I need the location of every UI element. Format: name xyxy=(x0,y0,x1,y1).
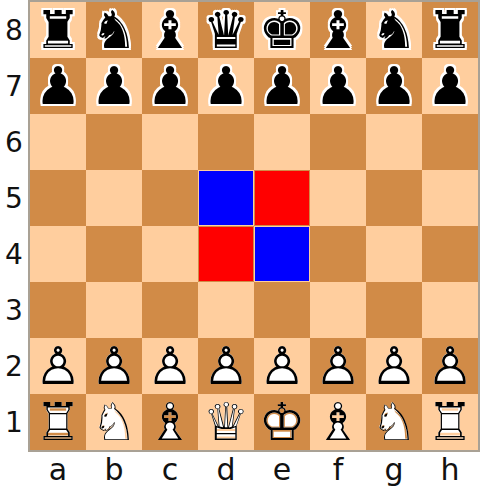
square-e3[interactable] xyxy=(254,282,310,338)
rank-label-1: 1 xyxy=(0,394,28,450)
file-label-f: f xyxy=(310,452,366,486)
file-label-a: a xyxy=(30,452,86,486)
black-bishop-piece[interactable]: ♝ xyxy=(310,2,366,58)
white-pawn-piece[interactable]: ♟♙ xyxy=(254,338,310,394)
black-pawn-glyph-icon: ♟ xyxy=(259,60,306,112)
square-f5[interactable] xyxy=(310,170,366,226)
square-d1[interactable]: ♛♕ xyxy=(198,394,254,450)
square-g7[interactable]: ♟ xyxy=(366,58,422,114)
square-h4[interactable] xyxy=(422,226,478,282)
square-h2[interactable]: ♟♙ xyxy=(422,338,478,394)
square-e5[interactable] xyxy=(254,170,310,226)
black-pawn-glyph-icon: ♟ xyxy=(203,60,250,112)
black-king-glyph-icon: ♚ xyxy=(259,4,306,56)
square-c2[interactable]: ♟♙ xyxy=(142,338,198,394)
white-pawn-piece[interactable]: ♟♙ xyxy=(366,338,422,394)
square-g6[interactable] xyxy=(366,114,422,170)
white-knight-piece[interactable]: ♞♘ xyxy=(366,394,422,450)
black-pawn-glyph-icon: ♟ xyxy=(91,60,138,112)
black-pawn-piece[interactable]: ♟ xyxy=(366,58,422,114)
square-e6[interactable] xyxy=(254,114,310,170)
white-knight-outline-glyph-icon: ♘ xyxy=(91,396,138,448)
board-frame: ♜♞♝♛♚♝♞♜♟♟♟♟♟♟♟♟♟♙♟♙♟♙♟♙♟♙♟♙♟♙♟♙♜♖♞♘♝♗♛♕… xyxy=(28,0,480,452)
black-pawn-piece[interactable]: ♟ xyxy=(254,58,310,114)
black-rook-piece[interactable]: ♜ xyxy=(30,2,86,58)
square-h6[interactable] xyxy=(422,114,478,170)
black-pawn-piece[interactable]: ♟ xyxy=(310,58,366,114)
rank-label-8: 8 xyxy=(0,2,28,58)
file-label-c: c xyxy=(142,452,198,486)
white-pawn-piece[interactable]: ♟♙ xyxy=(30,338,86,394)
white-bishop-piece[interactable]: ♝♗ xyxy=(310,394,366,450)
square-d5[interactable] xyxy=(198,170,254,226)
black-queen-glyph-icon: ♛ xyxy=(203,4,250,56)
black-queen-piece[interactable]: ♛ xyxy=(198,2,254,58)
rank-label-2: 2 xyxy=(0,338,28,394)
square-h1[interactable]: ♜♖ xyxy=(422,394,478,450)
black-knight-glyph-icon: ♞ xyxy=(91,4,138,56)
rank-label-3: 3 xyxy=(0,282,28,338)
white-rook-piece[interactable]: ♜♖ xyxy=(422,394,478,450)
white-pawn-piece[interactable]: ♟♙ xyxy=(310,338,366,394)
square-h5[interactable] xyxy=(422,170,478,226)
black-pawn-piece[interactable]: ♟ xyxy=(30,58,86,114)
square-f6[interactable] xyxy=(310,114,366,170)
white-pawn-piece[interactable]: ♟♙ xyxy=(422,338,478,394)
square-c7[interactable]: ♟ xyxy=(142,58,198,114)
square-a4[interactable] xyxy=(30,226,86,282)
black-rook-piece[interactable]: ♜ xyxy=(422,2,478,58)
square-b2[interactable]: ♟♙ xyxy=(86,338,142,394)
black-knight-piece[interactable]: ♞ xyxy=(366,2,422,58)
black-pawn-piece[interactable]: ♟ xyxy=(142,58,198,114)
square-d7[interactable]: ♟ xyxy=(198,58,254,114)
square-g3[interactable] xyxy=(366,282,422,338)
square-d8[interactable]: ♛ xyxy=(198,2,254,58)
white-pawn-piece[interactable]: ♟♙ xyxy=(198,338,254,394)
square-g5[interactable] xyxy=(366,170,422,226)
square-g8[interactable]: ♞ xyxy=(366,2,422,58)
square-a2[interactable]: ♟♙ xyxy=(30,338,86,394)
file-label-e: e xyxy=(254,452,310,486)
square-d6[interactable] xyxy=(198,114,254,170)
chess-board-window: 87654321 ♜♞♝♛♚♝♞♜♟♟♟♟♟♟♟♟♟♙♟♙♟♙♟♙♟♙♟♙♟♙♟… xyxy=(0,0,480,486)
file-label-h: h xyxy=(422,452,478,486)
black-knight-piece[interactable]: ♞ xyxy=(86,2,142,58)
black-bishop-glyph-icon: ♝ xyxy=(147,4,194,56)
white-pawn-outline-glyph-icon: ♙ xyxy=(259,340,306,392)
white-bishop-piece[interactable]: ♝♗ xyxy=(142,394,198,450)
rank-label-7: 7 xyxy=(0,58,28,114)
square-a7[interactable]: ♟ xyxy=(30,58,86,114)
square-h7[interactable]: ♟ xyxy=(422,58,478,114)
rank-label-6: 6 xyxy=(0,114,28,170)
white-queen-piece[interactable]: ♛♕ xyxy=(198,394,254,450)
square-a5[interactable] xyxy=(30,170,86,226)
black-pawn-glyph-icon: ♟ xyxy=(371,60,418,112)
square-f3[interactable] xyxy=(310,282,366,338)
square-f1[interactable]: ♝♗ xyxy=(310,394,366,450)
white-knight-outline-glyph-icon: ♘ xyxy=(371,396,418,448)
white-pawn-outline-glyph-icon: ♙ xyxy=(315,340,362,392)
black-pawn-piece[interactable]: ♟ xyxy=(422,58,478,114)
square-b1[interactable]: ♞♘ xyxy=(86,394,142,450)
highlight-blue-d5 xyxy=(199,171,253,225)
square-b4[interactable] xyxy=(86,226,142,282)
square-h3[interactable] xyxy=(422,282,478,338)
file-label-b: b xyxy=(86,452,142,486)
square-c5[interactable] xyxy=(142,170,198,226)
white-bishop-outline-glyph-icon: ♗ xyxy=(315,396,362,448)
square-c1[interactable]: ♝♗ xyxy=(142,394,198,450)
square-a8[interactable]: ♜ xyxy=(30,2,86,58)
square-e8[interactable]: ♚ xyxy=(254,2,310,58)
black-pawn-glyph-icon: ♟ xyxy=(427,60,474,112)
white-pawn-outline-glyph-icon: ♙ xyxy=(35,340,82,392)
white-rook-piece[interactable]: ♜♖ xyxy=(30,394,86,450)
black-rook-glyph-icon: ♜ xyxy=(35,4,82,56)
file-label-g: g xyxy=(366,452,422,486)
black-bishop-glyph-icon: ♝ xyxy=(315,4,362,56)
square-e1[interactable]: ♚♔ xyxy=(254,394,310,450)
black-king-piece[interactable]: ♚ xyxy=(254,2,310,58)
square-d2[interactable]: ♟♙ xyxy=(198,338,254,394)
square-c6[interactable] xyxy=(142,114,198,170)
square-a3[interactable] xyxy=(30,282,86,338)
square-b6[interactable] xyxy=(86,114,142,170)
highlight-red-e5 xyxy=(255,171,309,225)
square-b8[interactable]: ♞ xyxy=(86,2,142,58)
white-pawn-outline-glyph-icon: ♙ xyxy=(371,340,418,392)
white-pawn-outline-glyph-icon: ♙ xyxy=(91,340,138,392)
black-pawn-piece[interactable]: ♟ xyxy=(198,58,254,114)
square-b5[interactable] xyxy=(86,170,142,226)
square-e4[interactable] xyxy=(254,226,310,282)
black-pawn-glyph-icon: ♟ xyxy=(147,60,194,112)
white-bishop-outline-glyph-icon: ♗ xyxy=(147,396,194,448)
square-g2[interactable]: ♟♙ xyxy=(366,338,422,394)
white-pawn-outline-glyph-icon: ♙ xyxy=(203,340,250,392)
square-g1[interactable]: ♞♘ xyxy=(366,394,422,450)
square-a6[interactable] xyxy=(30,114,86,170)
square-d4[interactable] xyxy=(198,226,254,282)
white-queen-outline-glyph-icon: ♕ xyxy=(203,396,250,448)
white-pawn-outline-glyph-icon: ♙ xyxy=(147,340,194,392)
white-king-piece[interactable]: ♚♔ xyxy=(254,394,310,450)
square-b7[interactable]: ♟ xyxy=(86,58,142,114)
black-pawn-piece[interactable]: ♟ xyxy=(86,58,142,114)
white-pawn-piece[interactable]: ♟♙ xyxy=(142,338,198,394)
white-pawn-outline-glyph-icon: ♙ xyxy=(427,340,474,392)
black-pawn-glyph-icon: ♟ xyxy=(35,60,82,112)
rank-label-4: 4 xyxy=(0,226,28,282)
black-pawn-glyph-icon: ♟ xyxy=(315,60,362,112)
square-g4[interactable] xyxy=(366,226,422,282)
square-h8[interactable]: ♜ xyxy=(422,2,478,58)
rank-label-5: 5 xyxy=(0,170,28,226)
white-pawn-piece[interactable]: ♟♙ xyxy=(86,338,142,394)
square-e2[interactable]: ♟♙ xyxy=(254,338,310,394)
square-e7[interactable]: ♟ xyxy=(254,58,310,114)
square-f4[interactable] xyxy=(310,226,366,282)
square-f8[interactable]: ♝ xyxy=(310,2,366,58)
highlight-red-d4 xyxy=(199,227,253,281)
black-rook-glyph-icon: ♜ xyxy=(427,4,474,56)
white-knight-piece[interactable]: ♞♘ xyxy=(86,394,142,450)
square-c3[interactable] xyxy=(142,282,198,338)
white-king-outline-glyph-icon: ♔ xyxy=(259,396,306,448)
highlight-blue-e4 xyxy=(255,227,309,281)
white-rook-outline-glyph-icon: ♖ xyxy=(427,396,474,448)
square-a1[interactable]: ♜♖ xyxy=(30,394,86,450)
white-rook-outline-glyph-icon: ♖ xyxy=(35,396,82,448)
square-c4[interactable] xyxy=(142,226,198,282)
chess-board: ♜♞♝♛♚♝♞♜♟♟♟♟♟♟♟♟♟♙♟♙♟♙♟♙♟♙♟♙♟♙♟♙♜♖♞♘♝♗♛♕… xyxy=(30,2,478,450)
square-f7[interactable]: ♟ xyxy=(310,58,366,114)
black-knight-glyph-icon: ♞ xyxy=(371,4,418,56)
black-bishop-piece[interactable]: ♝ xyxy=(142,2,198,58)
rank-labels: 87654321 xyxy=(0,2,28,450)
file-label-d: d xyxy=(198,452,254,486)
square-f2[interactable]: ♟♙ xyxy=(310,338,366,394)
file-labels: abcdefgh xyxy=(28,452,480,486)
square-c8[interactable]: ♝ xyxy=(142,2,198,58)
square-b3[interactable] xyxy=(86,282,142,338)
square-d3[interactable] xyxy=(198,282,254,338)
